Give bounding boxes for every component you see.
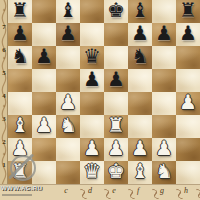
piece-black-rook[interactable]: ♜	[11, 0, 29, 22]
square-c4[interactable]: ♟	[56, 92, 80, 115]
square-d4[interactable]	[80, 92, 104, 115]
square-c5[interactable]	[56, 69, 80, 92]
rank-label-3: 3	[0, 115, 8, 138]
piece-white-knight[interactable]: ♞	[59, 114, 77, 137]
piece-black-pawn[interactable]: ♟	[59, 22, 77, 45]
piece-white-pawn[interactable]: ♟	[179, 91, 197, 114]
rank-label-1: 1	[0, 161, 8, 184]
square-b4[interactable]	[32, 92, 56, 115]
piece-black-pawn[interactable]: ♟	[107, 68, 125, 91]
rank-label-5: 5	[0, 69, 8, 92]
square-a6[interactable]: ♞	[8, 46, 32, 69]
piece-white-knight[interactable]: ♞	[155, 160, 173, 183]
square-f1[interactable]: ♝	[128, 161, 152, 184]
square-f5[interactable]	[128, 69, 152, 92]
piece-white-pawn[interactable]: ♟	[35, 114, 53, 137]
square-d7[interactable]	[80, 23, 104, 46]
square-f8[interactable]: ♝	[128, 0, 152, 23]
rank-label-2: 2	[0, 138, 8, 161]
square-b5[interactable]	[32, 69, 56, 92]
square-g3[interactable]	[152, 115, 176, 138]
square-d2[interactable]: ♟	[80, 138, 104, 161]
square-a5[interactable]	[8, 69, 32, 92]
square-a4[interactable]	[8, 92, 32, 115]
piece-white-rook[interactable]: ♜	[107, 114, 125, 137]
piece-white-pawn[interactable]: ♟	[83, 137, 101, 160]
square-f7[interactable]: ♟	[128, 23, 152, 46]
piece-white-queen[interactable]: ♛	[83, 160, 101, 183]
square-f3[interactable]	[128, 115, 152, 138]
square-h4[interactable]: ♟	[176, 92, 200, 115]
square-e4[interactable]	[104, 92, 128, 115]
square-h2[interactable]	[176, 138, 200, 161]
square-h7[interactable]: ♟	[176, 23, 200, 46]
square-b8[interactable]	[32, 0, 56, 23]
piece-black-pawn[interactable]: ♟	[155, 22, 173, 45]
square-g2[interactable]: ♟	[152, 138, 176, 161]
piece-black-pawn[interactable]: ♟	[11, 22, 29, 45]
piece-black-pawn[interactable]: ♟	[179, 22, 197, 45]
square-e7[interactable]	[104, 23, 128, 46]
square-f6[interactable]: ♞	[128, 46, 152, 69]
square-c3[interactable]: ♞	[56, 115, 80, 138]
watermark-text: WWW.AG.RU	[1, 185, 42, 191]
piece-black-pawn[interactable]: ♟	[35, 45, 53, 68]
square-h5[interactable]	[176, 69, 200, 92]
square-h6[interactable]	[176, 46, 200, 69]
square-b6[interactable]: ♟	[32, 46, 56, 69]
chess-board: ♜♝♚♝♜♟♟♟♟♟♞♟♛♞♟♟♟♟♝♟♞♜♟♟♟♟♟♜♛♚♝♞	[8, 0, 200, 184]
square-a7[interactable]: ♟	[8, 23, 32, 46]
piece-black-bishop[interactable]: ♝	[131, 0, 149, 22]
square-g1[interactable]: ♞	[152, 161, 176, 184]
rank-label-4: 4	[0, 92, 8, 115]
piece-white-pawn[interactable]: ♟	[59, 91, 77, 114]
square-f2[interactable]: ♟	[128, 138, 152, 161]
square-d8[interactable]	[80, 0, 104, 23]
square-g6[interactable]	[152, 46, 176, 69]
piece-black-bishop[interactable]: ♝	[59, 0, 77, 22]
rank-label-6: 6	[0, 46, 8, 69]
square-c1[interactable]	[56, 161, 80, 184]
square-c2[interactable]	[56, 138, 80, 161]
piece-white-bishop[interactable]: ♝	[131, 160, 149, 183]
piece-black-knight[interactable]: ♞	[11, 45, 29, 68]
rank-label-7: 7	[0, 23, 8, 46]
square-h8[interactable]: ♜	[176, 0, 200, 23]
square-d5[interactable]: ♟	[80, 69, 104, 92]
square-b2[interactable]	[32, 138, 56, 161]
square-c6[interactable]	[56, 46, 80, 69]
square-d1[interactable]: ♛	[80, 161, 104, 184]
square-a3[interactable]: ♝	[8, 115, 32, 138]
piece-white-king[interactable]: ♚	[107, 160, 125, 183]
piece-white-bishop[interactable]: ♝	[11, 114, 29, 137]
piece-white-pawn[interactable]: ♟	[107, 137, 125, 160]
square-e5[interactable]: ♟	[104, 69, 128, 92]
square-b7[interactable]	[32, 23, 56, 46]
square-g5[interactable]	[152, 69, 176, 92]
piece-white-pawn[interactable]: ♟	[155, 137, 173, 160]
square-b3[interactable]: ♟	[32, 115, 56, 138]
piece-white-pawn[interactable]: ♟	[131, 137, 149, 160]
piece-black-rook[interactable]: ♜	[179, 0, 197, 22]
square-a8[interactable]: ♜	[8, 0, 32, 23]
watermark-magnifier-icon	[10, 155, 36, 181]
piece-black-queen[interactable]: ♛	[83, 45, 101, 68]
piece-black-pawn[interactable]: ♟	[83, 68, 101, 91]
square-d6[interactable]: ♛	[80, 46, 104, 69]
file-label-c: c	[54, 186, 78, 200]
square-e3[interactable]: ♜	[104, 115, 128, 138]
watermark-tagline	[2, 194, 32, 196]
piece-black-pawn[interactable]: ♟	[131, 22, 149, 45]
square-h3[interactable]	[176, 115, 200, 138]
square-e8[interactable]: ♚	[104, 0, 128, 23]
square-h1[interactable]	[176, 161, 200, 184]
square-g4[interactable]	[152, 92, 176, 115]
screenshot-root: ♜♝♚♝♜♟♟♟♟♟♞♟♛♞♟♟♟♟♝♟♞♜♟♟♟♟♟♜♛♚♝♞ 7654321…	[0, 0, 200, 200]
square-c7[interactable]: ♟	[56, 23, 80, 46]
square-g8[interactable]	[152, 0, 176, 23]
square-e6[interactable]	[104, 46, 128, 69]
square-f4[interactable]	[128, 92, 152, 115]
piece-black-king[interactable]: ♚	[107, 0, 125, 22]
square-d3[interactable]	[80, 115, 104, 138]
square-g7[interactable]: ♟	[152, 23, 176, 46]
square-c8[interactable]: ♝	[56, 0, 80, 23]
piece-black-knight[interactable]: ♞	[131, 45, 149, 68]
board-left-border: 7654321	[0, 0, 8, 200]
square-e1[interactable]: ♚	[104, 161, 128, 184]
square-e2[interactable]: ♟	[104, 138, 128, 161]
